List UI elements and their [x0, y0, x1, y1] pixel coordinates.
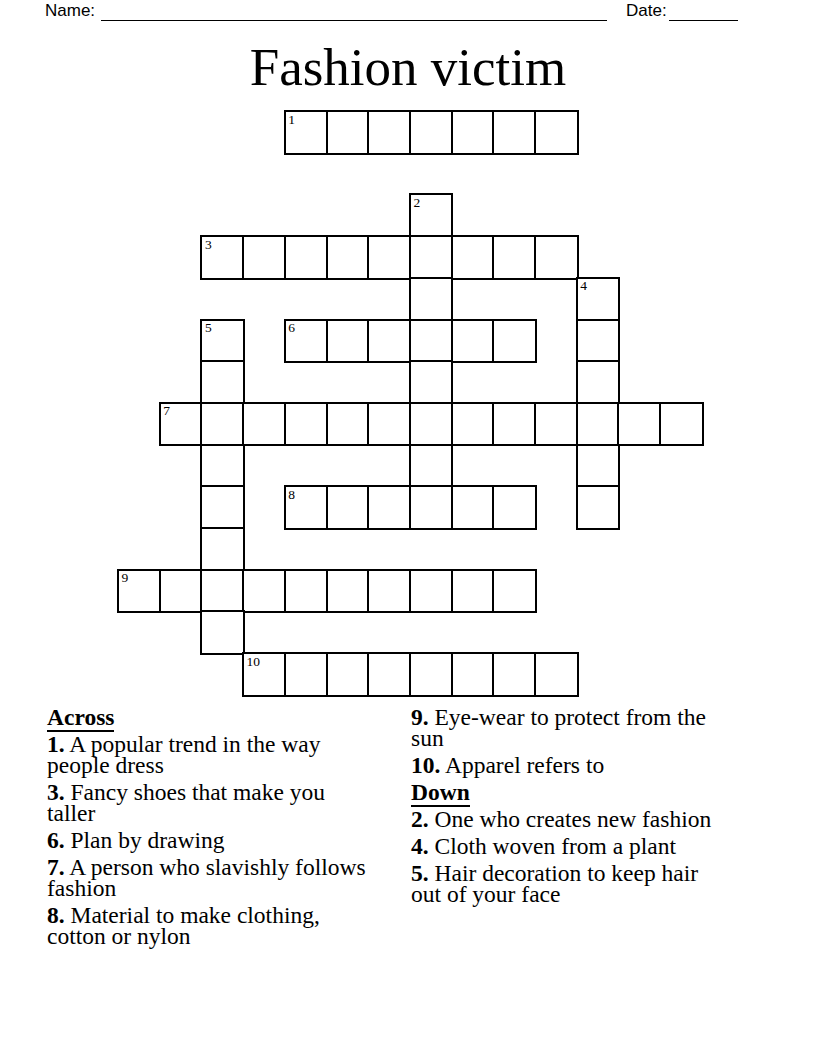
grid-cell[interactable] — [534, 402, 579, 447]
clue-item: 9. Eye-wear to protect from the sun — [411, 707, 731, 749]
grid-cell[interactable] — [200, 360, 245, 405]
clue-heading-text: Across — [47, 704, 114, 732]
grid-cell[interactable] — [451, 652, 496, 697]
clue-text: Apparel refers to — [445, 752, 604, 778]
date-blank-line[interactable] — [669, 20, 738, 21]
grid-cell[interactable] — [284, 402, 329, 447]
clue-number: 4. — [411, 833, 429, 859]
clue-number: 2. — [411, 806, 429, 832]
grid-cell[interactable] — [200, 610, 245, 655]
grid-cell[interactable] — [409, 444, 454, 489]
grid-cell[interactable] — [200, 485, 245, 530]
grid-cell[interactable] — [284, 235, 329, 280]
grid-cell[interactable] — [326, 235, 371, 280]
grid-cell[interactable] — [576, 485, 621, 530]
grid-cell[interactable] — [409, 235, 454, 280]
grid-cell[interactable]: 9 — [117, 569, 162, 614]
grid-cell[interactable] — [659, 402, 704, 447]
clue-item: 7. A person who slavishly follows fashio… — [47, 857, 373, 899]
grid-cell[interactable] — [451, 402, 496, 447]
clue-item: 3. Fancy shoes that make you taller — [47, 782, 373, 824]
grid-cell[interactable] — [159, 569, 204, 614]
clue-text: Hair decoration to keep hair out of your… — [411, 860, 698, 907]
clue-list-heading: Across — [47, 707, 373, 728]
clue-text: Cloth woven from a plant — [435, 833, 676, 859]
grid-cell[interactable] — [576, 319, 621, 364]
grid-cell[interactable] — [534, 110, 579, 155]
grid-cell[interactable] — [451, 110, 496, 155]
date-label: Date: — [626, 1, 667, 21]
grid-cell[interactable] — [409, 110, 454, 155]
grid-cell[interactable] — [492, 652, 537, 697]
grid-cell[interactable]: 4 — [576, 277, 621, 322]
clues-column-right: 9. Eye-wear to protect from the sun10. A… — [411, 707, 731, 911]
grid-cell[interactable] — [409, 360, 454, 405]
grid-cell[interactable] — [326, 569, 371, 614]
grid-cell[interactable] — [367, 485, 412, 530]
grid-cell[interactable] — [200, 402, 245, 447]
grid-cell[interactable] — [534, 235, 579, 280]
clue-number-in-cell: 3 — [202, 237, 243, 251]
clue-text: Fancy shoes that make you taller — [47, 779, 325, 826]
clue-text: A person who slavishly follows fashion — [47, 854, 366, 901]
clue-number-in-cell: 10 — [244, 654, 285, 668]
clue-item: 2. One who creates new fashion — [411, 809, 731, 830]
grid-cell[interactable] — [492, 485, 537, 530]
clue-number-in-cell: 7 — [161, 404, 202, 418]
grid-cell[interactable] — [242, 569, 287, 614]
grid-cell[interactable] — [451, 235, 496, 280]
grid-cell[interactable] — [326, 402, 371, 447]
grid-cell[interactable] — [200, 569, 245, 614]
clue-number-in-cell: 5 — [202, 321, 243, 335]
grid-cell[interactable] — [492, 402, 537, 447]
grid-cell[interactable] — [576, 444, 621, 489]
clue-number-in-cell: 1 — [286, 112, 327, 126]
grid-cell[interactable] — [367, 110, 412, 155]
name-blank-line[interactable] — [101, 20, 607, 21]
grid-cell[interactable] — [367, 235, 412, 280]
grid-cell[interactable] — [409, 319, 454, 364]
clue-number-in-cell: 6 — [286, 321, 327, 335]
grid-cell[interactable] — [409, 485, 454, 530]
puzzle-title: Fashion victim — [0, 41, 816, 94]
clue-number-in-cell: 9 — [119, 571, 160, 585]
grid-cell[interactable]: 5 — [200, 319, 245, 364]
clue-text: Eye-wear to protect from the sun — [411, 704, 706, 751]
clues-column-left: Across1. A popular trend in the way peop… — [47, 707, 373, 953]
grid-cell[interactable] — [492, 319, 537, 364]
clue-number: 10. — [411, 752, 440, 778]
clue-item: 5. Hair decoration to keep hair out of y… — [411, 863, 731, 905]
clue-item: 4. Cloth woven from a plant — [411, 836, 731, 857]
grid-cell[interactable]: 6 — [284, 319, 329, 364]
clue-item: 6. Plan by drawing — [47, 830, 373, 851]
grid-cell[interactable] — [409, 652, 454, 697]
clue-number: 6. — [47, 827, 65, 853]
grid-cell[interactable] — [451, 569, 496, 614]
clue-text: A popular trend in the way people dress — [47, 731, 320, 778]
grid-cell[interactable] — [576, 360, 621, 405]
clue-number-in-cell: 2 — [411, 195, 452, 209]
grid-cell[interactable] — [326, 319, 371, 364]
grid-cell[interactable] — [326, 110, 371, 155]
clue-text: One who creates new fashion — [435, 806, 712, 832]
grid-cell[interactable] — [242, 402, 287, 447]
grid-cell[interactable] — [367, 402, 412, 447]
grid-cell[interactable]: 3 — [200, 235, 245, 280]
grid-cell[interactable] — [326, 485, 371, 530]
grid-cell[interactable] — [326, 652, 371, 697]
grid-cell[interactable] — [492, 569, 537, 614]
grid-cell[interactable] — [284, 569, 329, 614]
clue-text: Material to make clothing, cotton or nyl… — [47, 902, 320, 949]
grid-cell[interactable]: 2 — [409, 193, 454, 238]
grid-cell[interactable] — [617, 402, 662, 447]
grid-cell[interactable] — [576, 402, 621, 447]
grid-cell[interactable] — [492, 110, 537, 155]
grid-cell[interactable] — [367, 319, 412, 364]
clue-number-in-cell: 4 — [578, 279, 619, 293]
grid-cell[interactable] — [534, 652, 579, 697]
grid-cell[interactable]: 7 — [159, 402, 204, 447]
worksheet-page: Name: Date: Fashion victim 12345678910 A… — [0, 0, 816, 1056]
name-label: Name: — [45, 1, 95, 21]
grid-cell[interactable] — [451, 319, 496, 364]
grid-cell[interactable]: 10 — [242, 652, 287, 697]
clue-item: 10. Apparel refers to — [411, 755, 731, 776]
grid-cell[interactable] — [409, 277, 454, 322]
grid-cell[interactable] — [367, 569, 412, 614]
grid-cell[interactable] — [284, 652, 329, 697]
grid-cell[interactable] — [242, 235, 287, 280]
clue-text: Plan by drawing — [71, 827, 225, 853]
grid-cell[interactable] — [492, 235, 537, 280]
grid-cell[interactable] — [200, 527, 245, 572]
clue-item: 8. Material to make clothing, cotton or … — [47, 905, 373, 947]
grid-cell[interactable] — [451, 485, 496, 530]
grid-cell[interactable] — [409, 402, 454, 447]
grid-cell[interactable]: 8 — [284, 485, 329, 530]
grid-cell[interactable] — [367, 652, 412, 697]
grid-cell[interactable]: 1 — [284, 110, 329, 155]
clue-number-in-cell: 8 — [286, 487, 327, 501]
grid-cell[interactable] — [409, 569, 454, 614]
clue-item: 1. A popular trend in the way people dre… — [47, 734, 373, 776]
clue-heading-text: Down — [411, 779, 470, 807]
clue-list-heading: Down — [411, 782, 731, 803]
grid-cell[interactable] — [200, 444, 245, 489]
